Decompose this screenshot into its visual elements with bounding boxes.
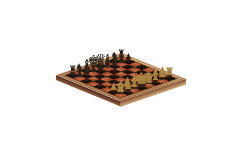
chessboard-scene: ♜♞♝♛♚♝♞♜♟♟♟♟♟♟♟♟♟♟♟♟♟♟♟♟♜♞♝♛♚♝♞♜ [0,0,240,150]
chess-piece-glyph: ♟ [67,69,93,76]
chess-piece-glyph: ♜ [107,83,133,93]
pieces-layer: ♜♞♝♛♚♝♞♜♟♟♟♟♟♟♟♟♟♟♟♟♟♟♟♟♜♞♝♛♚♝♞♜ [0,0,240,150]
product-photo: ♜♞♝♛♚♝♞♜♟♟♟♟♟♟♟♟♟♟♟♟♟♟♟♟♜♞♝♛♚♝♞♜ [0,0,240,150]
piece-black-pawn: ♟ [67,69,93,78]
piece-white-rook: ♜ [107,83,133,94]
